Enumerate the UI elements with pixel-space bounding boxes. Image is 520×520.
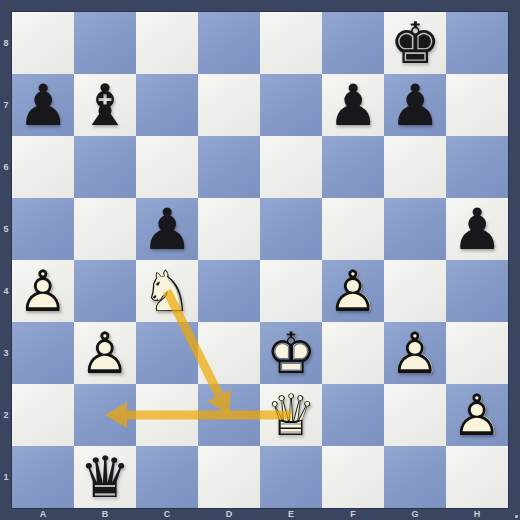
white-king-icon[interactable]: ♚♔ <box>260 322 322 384</box>
black-pawn-icon[interactable]: ♟ <box>446 198 508 260</box>
rank-label-1: 1 <box>0 446 12 508</box>
square-f7[interactable]: ♟ <box>322 74 384 136</box>
black-king-body: ♚ <box>384 12 446 74</box>
square-g5[interactable] <box>384 198 446 260</box>
square-e6[interactable] <box>260 136 322 198</box>
white-pawn-icon[interactable]: ♟♙ <box>446 384 508 446</box>
white-pawn-outline: ♙ <box>446 384 508 446</box>
square-g2[interactable] <box>384 384 446 446</box>
square-f8[interactable] <box>322 12 384 74</box>
chess-board[interactable]: ♚♟♝♟♟♟♟♟♙♞♘♟♙♟♙♚♔♟♙♛♕♟♙♛ <box>12 12 508 508</box>
square-f5[interactable] <box>322 198 384 260</box>
square-h1[interactable] <box>446 446 508 508</box>
black-pawn-body: ♟ <box>384 74 446 136</box>
rank-labels: 87654321 <box>0 12 12 508</box>
black-queen-body: ♛ <box>74 446 136 508</box>
square-d8[interactable] <box>198 12 260 74</box>
square-a6[interactable] <box>12 136 74 198</box>
file-label-g: G <box>384 508 446 520</box>
black-pawn-icon[interactable]: ♟ <box>136 198 198 260</box>
black-bishop-icon[interactable]: ♝ <box>74 74 136 136</box>
square-a2[interactable] <box>12 384 74 446</box>
square-c7[interactable] <box>136 74 198 136</box>
square-h7[interactable] <box>446 74 508 136</box>
white-queen-outline: ♕ <box>260 384 322 446</box>
white-pawn-icon[interactable]: ♟♙ <box>74 322 136 384</box>
square-a3[interactable] <box>12 322 74 384</box>
white-knight-icon[interactable]: ♞♘ <box>136 260 198 322</box>
square-c6[interactable] <box>136 136 198 198</box>
square-d6[interactable] <box>198 136 260 198</box>
square-f6[interactable] <box>322 136 384 198</box>
square-b8[interactable] <box>74 12 136 74</box>
square-e8[interactable] <box>260 12 322 74</box>
white-pawn-outline: ♙ <box>384 322 446 384</box>
white-knight-outline: ♘ <box>136 260 198 322</box>
square-h4[interactable] <box>446 260 508 322</box>
square-g1[interactable] <box>384 446 446 508</box>
white-pawn-outline: ♙ <box>322 260 384 322</box>
square-d5[interactable] <box>198 198 260 260</box>
square-e3[interactable]: ♚♔ <box>260 322 322 384</box>
square-h5[interactable]: ♟ <box>446 198 508 260</box>
square-e4[interactable] <box>260 260 322 322</box>
white-pawn-icon[interactable]: ♟♙ <box>322 260 384 322</box>
rank-label-8: 8 <box>0 12 12 74</box>
square-c3[interactable] <box>136 322 198 384</box>
square-h6[interactable] <box>446 136 508 198</box>
square-g4[interactable] <box>384 260 446 322</box>
square-b4[interactable] <box>74 260 136 322</box>
white-queen-icon[interactable]: ♛♕ <box>260 384 322 446</box>
black-queen-icon[interactable]: ♛ <box>74 446 136 508</box>
rank-label-5: 5 <box>0 198 12 260</box>
square-a1[interactable] <box>12 446 74 508</box>
white-pawn-icon[interactable]: ♟♙ <box>384 322 446 384</box>
rank-label-4: 4 <box>0 260 12 322</box>
black-bishop-body: ♝ <box>74 74 136 136</box>
square-d4[interactable] <box>198 260 260 322</box>
square-h2[interactable]: ♟♙ <box>446 384 508 446</box>
square-c8[interactable] <box>136 12 198 74</box>
square-e7[interactable] <box>260 74 322 136</box>
square-d2[interactable] <box>198 384 260 446</box>
square-d1[interactable] <box>198 446 260 508</box>
square-h8[interactable] <box>446 12 508 74</box>
square-e5[interactable] <box>260 198 322 260</box>
white-pawn-outline: ♙ <box>12 260 74 322</box>
black-pawn-icon[interactable]: ♟ <box>322 74 384 136</box>
square-b3[interactable]: ♟♙ <box>74 322 136 384</box>
square-g7[interactable]: ♟ <box>384 74 446 136</box>
square-b7[interactable]: ♝ <box>74 74 136 136</box>
black-pawn-icon[interactable]: ♟ <box>384 74 446 136</box>
square-d7[interactable] <box>198 74 260 136</box>
square-a5[interactable] <box>12 198 74 260</box>
black-king-icon[interactable]: ♚ <box>384 12 446 74</box>
square-h3[interactable] <box>446 322 508 384</box>
black-pawn-body: ♟ <box>12 74 74 136</box>
rank-label-2: 2 <box>0 384 12 446</box>
square-d3[interactable] <box>198 322 260 384</box>
file-label-f: F <box>322 508 384 520</box>
square-e2[interactable]: ♛♕ <box>260 384 322 446</box>
square-g8[interactable]: ♚ <box>384 12 446 74</box>
black-pawn-body: ♟ <box>322 74 384 136</box>
square-g6[interactable] <box>384 136 446 198</box>
rank-label-3: 3 <box>0 322 12 384</box>
file-label-c: C <box>136 508 198 520</box>
black-pawn-body: ♟ <box>446 198 508 260</box>
square-c2[interactable] <box>136 384 198 446</box>
rank-label-7: 7 <box>0 74 12 136</box>
white-pawn-icon[interactable]: ♟♙ <box>12 260 74 322</box>
square-b1[interactable]: ♛ <box>74 446 136 508</box>
square-f2[interactable] <box>322 384 384 446</box>
white-king-outline: ♔ <box>260 322 322 384</box>
square-a4[interactable]: ♟♙ <box>12 260 74 322</box>
black-pawn-icon[interactable]: ♟ <box>12 74 74 136</box>
square-b5[interactable] <box>74 198 136 260</box>
square-b2[interactable] <box>74 384 136 446</box>
black-pawn-body: ♟ <box>136 198 198 260</box>
square-b6[interactable] <box>74 136 136 198</box>
square-e1[interactable] <box>260 446 322 508</box>
rank-label-6: 6 <box>0 136 12 198</box>
corner-dot <box>515 515 518 518</box>
file-label-h: H <box>446 508 508 520</box>
chess-board-window: 87654321 ABCDEFGH ♚♟♝♟♟♟♟♟♙♞♘♟♙♟♙♚♔♟♙♛♕♟… <box>0 0 520 520</box>
square-f3[interactable] <box>322 322 384 384</box>
square-c4[interactable]: ♞♘ <box>136 260 198 322</box>
white-pawn-outline: ♙ <box>74 322 136 384</box>
square-c1[interactable] <box>136 446 198 508</box>
square-a8[interactable] <box>12 12 74 74</box>
file-label-e: E <box>260 508 322 520</box>
file-label-a: A <box>12 508 74 520</box>
square-c5[interactable]: ♟ <box>136 198 198 260</box>
square-g3[interactable]: ♟♙ <box>384 322 446 384</box>
square-a7[interactable]: ♟ <box>12 74 74 136</box>
square-f1[interactable] <box>322 446 384 508</box>
square-f4[interactable]: ♟♙ <box>322 260 384 322</box>
file-label-d: D <box>198 508 260 520</box>
